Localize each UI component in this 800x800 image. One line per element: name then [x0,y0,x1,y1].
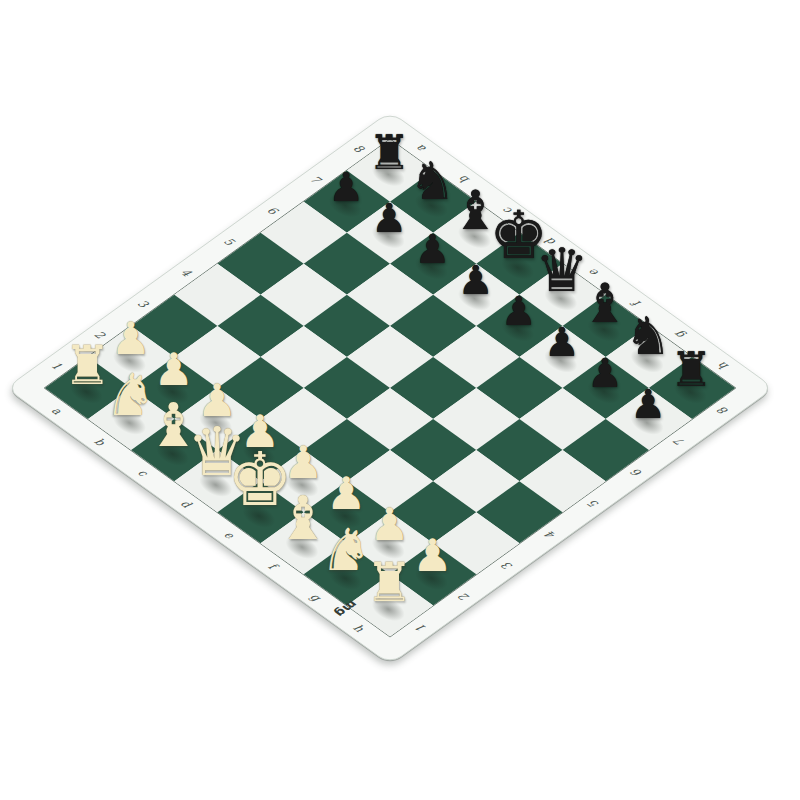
black-rook-icon: ♜ [368,127,411,175]
file-label-bottom-a: a [49,405,65,417]
rank-label-right-3: 3 [499,560,515,572]
rank-label-right-6: 6 [629,467,645,479]
rank-label-left-7: 7 [308,173,324,185]
black-pawn-icon: ♟ [630,384,666,424]
rank-label-right-8: 8 [715,404,731,416]
chess-mat: ♜♞♝♚♛♝♞♜♟♟♟♟♟♟♟♟♟♟♟♟♟♟♟♟♜♞♝♛♚♝♞♜ mg aabb… [5,111,774,665]
black-bishop-icon: ♝ [581,277,629,331]
file-label-bottom-d: d [178,498,194,510]
file-label-bottom-b: b [92,436,108,448]
rank-label-left-8: 8 [351,142,367,154]
file-label-bottom-c: c [135,467,151,478]
rank-label-right-2: 2 [456,591,472,603]
rank-label-right-1: 1 [413,622,429,634]
file-label-bottom-e: e [221,529,237,541]
black-pawn-icon: ♟ [501,291,537,331]
rank-label-right-5: 5 [585,498,601,510]
white-pawn-icon: ♟ [153,348,193,393]
white-pawn-icon: ♟ [326,472,366,517]
black-pawn-icon: ♟ [371,197,407,237]
rank-label-right-7: 7 [672,436,688,448]
white-pawn-icon: ♟ [369,503,409,548]
black-knight-icon: ♞ [409,154,456,206]
white-pawn-icon: ♟ [110,317,150,362]
rank-label-left-5: 5 [221,235,237,247]
file-label-bottom-g: g [308,591,324,603]
white-rook-icon: ♜ [365,556,413,610]
black-pawn-icon: ♟ [457,259,493,299]
rank-label-left-3: 3 [135,298,151,310]
black-pawn-icon: ♟ [587,353,623,393]
rank-label-left-4: 4 [178,267,194,279]
file-label-top-g: g [672,329,688,341]
black-pawn-icon: ♟ [414,228,450,268]
black-pawn-icon: ♟ [544,322,580,362]
black-rook-icon: ♜ [670,345,713,393]
rank-label-right-4: 4 [542,529,558,541]
black-pawn-icon: ♟ [328,166,364,206]
file-label-bottom-h: h [351,622,368,634]
file-label-bottom-f: f [266,561,280,571]
black-knight-icon: ♞ [625,310,672,362]
file-label-top-h: h [715,360,732,372]
chess-board: ♜♞♝♚♛♝♞♜♟♟♟♟♟♟♟♟♟♟♟♟♟♟♟♟♜♞♝♛♚♝♞♜ [44,139,737,638]
rank-label-left-6: 6 [264,204,280,216]
white-pawn-icon: ♟ [412,534,452,579]
